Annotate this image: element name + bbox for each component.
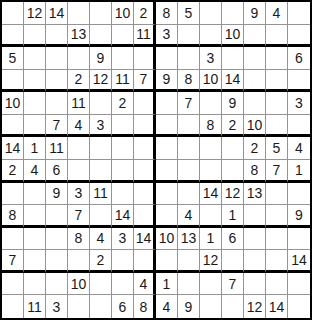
cell-r11c12-empty[interactable]: [244, 228, 266, 251]
cell-r3c3-empty[interactable]: [46, 47, 68, 70]
cell-r3c13-empty[interactable]: [266, 47, 288, 70]
cell-r2c1-empty[interactable]: [2, 25, 24, 48]
cell-r8c9-empty[interactable]: [178, 160, 200, 183]
cell-r4c7-given: 7: [134, 70, 156, 93]
cell-r13c8-given: 1: [156, 273, 178, 296]
cell-r10c5-empty[interactable]: [90, 205, 112, 228]
cell-r7c10-empty[interactable]: [200, 137, 222, 160]
cell-r2c13-empty[interactable]: [266, 25, 288, 48]
cell-r13c12-empty[interactable]: [244, 273, 266, 296]
cell-r5c13-empty[interactable]: [266, 92, 288, 115]
cell-r5c3-empty[interactable]: [46, 92, 68, 115]
cell-r5c10-empty[interactable]: [200, 92, 222, 115]
cell-r5c1-given: 10: [2, 92, 24, 115]
cell-r3c7-empty[interactable]: [134, 47, 156, 70]
cell-r1c6-given: 10: [112, 2, 134, 25]
cell-r10c2-empty[interactable]: [24, 205, 46, 228]
cell-r6c9-empty[interactable]: [178, 115, 200, 138]
cell-r1c12-given: 9: [244, 2, 266, 25]
cell-r3c11-empty[interactable]: [222, 47, 244, 70]
cell-r8c13-given: 7: [266, 160, 288, 183]
cell-r8c4-empty[interactable]: [68, 160, 90, 183]
cell-r13c10-empty[interactable]: [200, 273, 222, 296]
cell-r13c1-empty[interactable]: [2, 273, 24, 296]
cell-r7c4-empty[interactable]: [68, 137, 90, 160]
cell-r10c3-empty[interactable]: [46, 205, 68, 228]
cell-r4c6-given: 11: [112, 70, 134, 93]
cell-r4c10-given: 10: [200, 70, 222, 93]
cell-r14c4-empty[interactable]: [68, 295, 90, 318]
cell-r12c10-given: 12: [200, 250, 222, 273]
cell-r4c13-empty[interactable]: [266, 70, 288, 93]
cell-r9c1-empty[interactable]: [2, 183, 24, 206]
cell-r11c5-given: 4: [90, 228, 112, 251]
cell-r9c12-given: 13: [244, 183, 266, 206]
cell-r7c11-empty[interactable]: [222, 137, 244, 160]
cell-r6c5-given: 3: [90, 115, 112, 138]
cell-r5c6-given: 2: [112, 92, 134, 115]
cell-r6c6-empty[interactable]: [112, 115, 134, 138]
cell-r5c5-empty[interactable]: [90, 92, 112, 115]
cell-r6c1-empty[interactable]: [2, 115, 24, 138]
cell-r7c13-given: 5: [266, 137, 288, 160]
cell-r11c7-given: 14: [134, 228, 156, 251]
cell-r2c10-empty[interactable]: [200, 25, 222, 48]
cell-r3c8-empty[interactable]: [156, 47, 178, 70]
cell-r6c10-given: 8: [200, 115, 222, 138]
cell-r5c14-given: 3: [288, 92, 310, 115]
cell-r10c7-empty[interactable]: [134, 205, 156, 228]
cell-r3c2-empty[interactable]: [24, 47, 46, 70]
cell-r14c3-given: 3: [46, 295, 68, 318]
cell-r4c2-empty[interactable]: [24, 70, 46, 93]
cell-r10c9-given: 4: [178, 205, 200, 228]
cell-r2c8-given: 3: [156, 25, 178, 48]
cell-r11c1-empty[interactable]: [2, 228, 24, 251]
cell-r1c1-empty[interactable]: [2, 2, 24, 25]
cell-r12c2-empty[interactable]: [24, 250, 46, 273]
cell-r9c8-empty[interactable]: [156, 183, 178, 206]
cell-r13c5-empty[interactable]: [90, 273, 112, 296]
cell-r1c4-empty[interactable]: [68, 2, 90, 25]
cell-r14c6-given: 6: [112, 295, 134, 318]
cell-r11c13-empty[interactable]: [266, 228, 288, 251]
cell-r3c1-given: 5: [2, 47, 24, 70]
cell-r6c4-given: 4: [68, 115, 90, 138]
cell-r11c3-empty[interactable]: [46, 228, 68, 251]
sudoku-board: 1214102859413113105936212117981014101127…: [0, 0, 312, 320]
cell-r12c12-empty[interactable]: [244, 250, 266, 273]
cell-r13c7-given: 4: [134, 273, 156, 296]
cell-r7c14-given: 4: [288, 137, 310, 160]
cell-r12c9-empty[interactable]: [178, 250, 200, 273]
cell-r10c11-given: 1: [222, 205, 244, 228]
cell-r9c9-empty[interactable]: [178, 183, 200, 206]
cell-r3c9-empty[interactable]: [178, 47, 200, 70]
cell-r13c13-empty[interactable]: [266, 273, 288, 296]
cell-r6c14-empty[interactable]: [288, 115, 310, 138]
cell-r7c5-empty[interactable]: [90, 137, 112, 160]
cell-r10c12-empty[interactable]: [244, 205, 266, 228]
cell-r14c13-given: 14: [266, 295, 288, 318]
cell-r10c10-empty[interactable]: [200, 205, 222, 228]
cell-r7c3-given: 11: [46, 137, 68, 160]
cell-r7c7-empty[interactable]: [134, 137, 156, 160]
cell-r13c2-empty[interactable]: [24, 273, 46, 296]
cell-r9c4-given: 3: [68, 183, 90, 206]
cell-r2c6-empty[interactable]: [112, 25, 134, 48]
cell-r14c5-empty[interactable]: [90, 295, 112, 318]
cell-r6c12-given: 10: [244, 115, 266, 138]
cell-r2c3-empty[interactable]: [46, 25, 68, 48]
cell-r8c12-given: 8: [244, 160, 266, 183]
cell-r9c13-empty[interactable]: [266, 183, 288, 206]
cell-r1c5-empty[interactable]: [90, 2, 112, 25]
cell-r8c1-given: 2: [2, 160, 24, 183]
cell-r5c12-empty[interactable]: [244, 92, 266, 115]
cell-r11c6-given: 3: [112, 228, 134, 251]
cell-r9c5-given: 11: [90, 183, 112, 206]
cell-r7c6-empty[interactable]: [112, 137, 134, 160]
cell-r10c13-empty[interactable]: [266, 205, 288, 228]
cell-r9c10-given: 14: [200, 183, 222, 206]
cell-r8c8-empty[interactable]: [156, 160, 178, 183]
cell-r1c14-empty[interactable]: [288, 2, 310, 25]
cell-r6c8-empty[interactable]: [156, 115, 178, 138]
cell-r11c2-empty[interactable]: [24, 228, 46, 251]
cell-r11c14-empty[interactable]: [288, 228, 310, 251]
cell-r2c14-empty[interactable]: [288, 25, 310, 48]
cell-r1c3-given: 14: [46, 2, 68, 25]
cell-r8c7-empty[interactable]: [134, 160, 156, 183]
cell-r7c9-empty[interactable]: [178, 137, 200, 160]
cell-r1c13-given: 4: [266, 2, 288, 25]
cell-r2c11-given: 10: [222, 25, 244, 48]
cell-r9c14-empty[interactable]: [288, 183, 310, 206]
cell-r7c8-empty[interactable]: [156, 137, 178, 160]
cell-r5c4-given: 11: [68, 92, 90, 115]
cell-r1c10-empty[interactable]: [200, 2, 222, 25]
cell-r6c7-empty[interactable]: [134, 115, 156, 138]
cell-r8c10-empty[interactable]: [200, 160, 222, 183]
cell-r12c3-empty[interactable]: [46, 250, 68, 273]
cell-r10c14-given: 9: [288, 205, 310, 228]
cell-r1c11-empty[interactable]: [222, 2, 244, 25]
cell-r6c2-empty[interactable]: [24, 115, 46, 138]
cell-r7c1-given: 14: [2, 137, 24, 160]
cell-r2c12-empty[interactable]: [244, 25, 266, 48]
cell-r3c12-empty[interactable]: [244, 47, 266, 70]
cell-r5c2-empty[interactable]: [24, 92, 46, 115]
cell-r8c11-empty[interactable]: [222, 160, 244, 183]
cell-r5c9-given: 7: [178, 92, 200, 115]
cell-r8c3-given: 6: [46, 160, 68, 183]
cell-r1c8-given: 8: [156, 2, 178, 25]
cell-r5c11-given: 9: [222, 92, 244, 115]
cell-r11c11-given: 6: [222, 228, 244, 251]
cell-r3c14-given: 6: [288, 47, 310, 70]
cell-r14c10-empty[interactable]: [200, 295, 222, 318]
cell-r10c4-given: 7: [68, 205, 90, 228]
cell-r3c6-empty[interactable]: [112, 47, 134, 70]
cell-r11c8-given: 10: [156, 228, 178, 251]
cell-r5c8-empty[interactable]: [156, 92, 178, 115]
cell-r12c14-given: 14: [288, 250, 310, 273]
cell-r8c5-empty[interactable]: [90, 160, 112, 183]
cell-r14c12-given: 12: [244, 295, 266, 318]
cell-r12c8-empty[interactable]: [156, 250, 178, 273]
cell-r12c1-given: 7: [2, 250, 24, 273]
cell-r14c2-given: 11: [24, 295, 46, 318]
cell-r14c11-empty[interactable]: [222, 295, 244, 318]
cell-r4c9-given: 8: [178, 70, 200, 93]
cell-r14c7-given: 8: [134, 295, 156, 318]
cell-r13c14-empty[interactable]: [288, 273, 310, 296]
cell-r11c10-given: 1: [200, 228, 222, 251]
cell-r9c6-empty[interactable]: [112, 183, 134, 206]
cell-r4c12-empty[interactable]: [244, 70, 266, 93]
cell-r12c11-empty[interactable]: [222, 250, 244, 273]
cell-r10c8-empty[interactable]: [156, 205, 178, 228]
cell-r1c2-given: 12: [24, 2, 46, 25]
cell-r8c2-given: 4: [24, 160, 46, 183]
cell-r3c5-given: 9: [90, 47, 112, 70]
cell-r3c4-empty[interactable]: [68, 47, 90, 70]
cell-r13c6-empty[interactable]: [112, 273, 134, 296]
cell-r2c7-given: 11: [134, 25, 156, 48]
cell-r5c7-empty[interactable]: [134, 92, 156, 115]
cell-r14c8-given: 4: [156, 295, 178, 318]
cell-r9c11-given: 12: [222, 183, 244, 206]
cell-r4c4-given: 2: [68, 70, 90, 93]
cell-r14c1-empty[interactable]: [2, 295, 24, 318]
cell-r1c9-given: 5: [178, 2, 200, 25]
cell-r7c2-given: 1: [24, 137, 46, 160]
cell-r2c4-given: 13: [68, 25, 90, 48]
cell-r6c13-empty[interactable]: [266, 115, 288, 138]
cell-r4c5-given: 12: [90, 70, 112, 93]
cell-r11c9-given: 13: [178, 228, 200, 251]
cell-r14c14-empty[interactable]: [288, 295, 310, 318]
cell-r10c6-given: 14: [112, 205, 134, 228]
cell-r7c12-given: 2: [244, 137, 266, 160]
cell-r13c4-given: 10: [68, 273, 90, 296]
cell-r2c9-empty[interactable]: [178, 25, 200, 48]
cell-r6c3-given: 7: [46, 115, 68, 138]
cell-r9c7-empty[interactable]: [134, 183, 156, 206]
cell-r2c2-empty[interactable]: [24, 25, 46, 48]
cell-r9c2-empty[interactable]: [24, 183, 46, 206]
cell-r10c1-given: 8: [2, 205, 24, 228]
cell-r12c5-given: 2: [90, 250, 112, 273]
cell-r13c11-given: 7: [222, 273, 244, 296]
cell-r12c13-empty[interactable]: [266, 250, 288, 273]
cell-r13c3-empty[interactable]: [46, 273, 68, 296]
cell-r3c10-given: 3: [200, 47, 222, 70]
cell-r2c5-empty[interactable]: [90, 25, 112, 48]
cell-r13c9-empty[interactable]: [178, 273, 200, 296]
cell-r4c8-given: 9: [156, 70, 178, 93]
cell-r4c3-empty[interactable]: [46, 70, 68, 93]
cell-r4c11-given: 14: [222, 70, 244, 93]
cell-r6c11-given: 2: [222, 115, 244, 138]
cell-r12c7-empty[interactable]: [134, 250, 156, 273]
cell-r14c9-given: 9: [178, 295, 200, 318]
cell-r4c1-empty[interactable]: [2, 70, 24, 93]
cell-r4c14-empty[interactable]: [288, 70, 310, 93]
cell-r1c7-given: 2: [134, 2, 156, 25]
cell-r12c6-empty[interactable]: [112, 250, 134, 273]
cell-r8c14-given: 1: [288, 160, 310, 183]
cell-r12c4-empty[interactable]: [68, 250, 90, 273]
cell-r9c3-given: 9: [46, 183, 68, 206]
cell-r11c4-given: 8: [68, 228, 90, 251]
cell-r8c6-empty[interactable]: [112, 160, 134, 183]
